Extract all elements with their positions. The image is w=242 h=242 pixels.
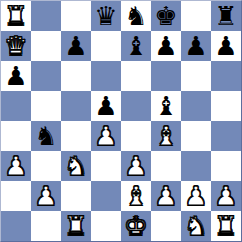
square-f8[interactable]: ♚ xyxy=(151,1,181,31)
square-g2[interactable]: ♟ xyxy=(181,181,211,211)
black-pawn-piece[interactable]: ♟ xyxy=(184,31,207,61)
black-king-piece[interactable]: ♚ xyxy=(154,1,177,31)
square-d8[interactable]: ♛ xyxy=(91,1,121,31)
square-e1[interactable]: ♚ xyxy=(121,211,151,241)
square-b6[interactable] xyxy=(31,61,61,91)
white-queen-piece[interactable]: ♛ xyxy=(4,31,27,61)
square-c2[interactable] xyxy=(61,181,91,211)
square-f2[interactable]: ♟ xyxy=(151,181,181,211)
square-e5[interactable] xyxy=(121,91,151,121)
square-c7[interactable]: ♟ xyxy=(61,31,91,61)
square-g3[interactable] xyxy=(181,151,211,181)
white-rook-piece[interactable]: ♜ xyxy=(214,211,237,241)
white-pawn-piece[interactable]: ♟ xyxy=(94,121,117,151)
white-knight-piece[interactable]: ♞ xyxy=(64,151,87,181)
white-pawn-piece[interactable]: ♟ xyxy=(4,151,27,181)
square-h8[interactable]: ♜ xyxy=(211,1,241,31)
white-king-piece[interactable]: ♚ xyxy=(124,211,147,241)
square-a8[interactable]: ♜ xyxy=(1,1,31,31)
square-b8[interactable] xyxy=(31,1,61,31)
square-h5[interactable] xyxy=(211,91,241,121)
square-g1[interactable]: ♞ xyxy=(181,211,211,241)
square-e8[interactable]: ♞ xyxy=(121,1,151,31)
square-h6[interactable] xyxy=(211,61,241,91)
white-bishop-piece[interactable]: ♝ xyxy=(154,121,177,151)
square-e2[interactable]: ♝ xyxy=(121,181,151,211)
square-d1[interactable] xyxy=(91,211,121,241)
white-knight-piece[interactable]: ♞ xyxy=(184,211,207,241)
square-h2[interactable]: ♟ xyxy=(211,181,241,211)
square-b1[interactable] xyxy=(31,211,61,241)
square-a3[interactable]: ♟ xyxy=(1,151,31,181)
square-b7[interactable] xyxy=(31,31,61,61)
square-e4[interactable] xyxy=(121,121,151,151)
white-rook-piece[interactable]: ♜ xyxy=(64,211,87,241)
white-rook-piece[interactable]: ♜ xyxy=(4,1,27,31)
black-pawn-piece[interactable]: ♟ xyxy=(4,61,27,91)
square-h7[interactable]: ♟ xyxy=(211,31,241,61)
square-d5[interactable]: ♟ xyxy=(91,91,121,121)
square-d7[interactable] xyxy=(91,31,121,61)
square-c6[interactable] xyxy=(61,61,91,91)
square-d3[interactable] xyxy=(91,151,121,181)
white-pawn-piece[interactable]: ♟ xyxy=(154,181,177,211)
square-h1[interactable]: ♜ xyxy=(211,211,241,241)
square-a2[interactable] xyxy=(1,181,31,211)
black-pawn-piece[interactable]: ♟ xyxy=(214,31,237,61)
square-c1[interactable]: ♜ xyxy=(61,211,91,241)
square-d2[interactable] xyxy=(91,181,121,211)
black-pawn-piece[interactable]: ♟ xyxy=(64,31,87,61)
square-g4[interactable] xyxy=(181,121,211,151)
square-e7[interactable]: ♝ xyxy=(121,31,151,61)
square-b2[interactable]: ♟ xyxy=(31,181,61,211)
square-h4[interactable] xyxy=(211,121,241,151)
black-pawn-piece[interactable]: ♟ xyxy=(154,31,177,61)
square-h3[interactable] xyxy=(211,151,241,181)
square-f7[interactable]: ♟ xyxy=(151,31,181,61)
white-pawn-piece[interactable]: ♟ xyxy=(184,181,207,211)
square-b3[interactable] xyxy=(31,151,61,181)
square-d4[interactable]: ♟ xyxy=(91,121,121,151)
white-bishop-piece[interactable]: ♝ xyxy=(124,181,147,211)
square-a6[interactable]: ♟ xyxy=(1,61,31,91)
square-c4[interactable] xyxy=(61,121,91,151)
square-b5[interactable] xyxy=(31,91,61,121)
square-a5[interactable] xyxy=(1,91,31,121)
black-rook-piece[interactable]: ♜ xyxy=(214,1,237,31)
square-a1[interactable] xyxy=(1,211,31,241)
white-pawn-piece[interactable]: ♟ xyxy=(214,181,237,211)
square-g6[interactable] xyxy=(181,61,211,91)
square-b4[interactable]: ♞ xyxy=(31,121,61,151)
square-f4[interactable]: ♝ xyxy=(151,121,181,151)
white-pawn-piece[interactable]: ♟ xyxy=(124,151,147,181)
square-g5[interactable] xyxy=(181,91,211,121)
square-c8[interactable] xyxy=(61,1,91,31)
square-g7[interactable]: ♟ xyxy=(181,31,211,61)
square-g8[interactable] xyxy=(181,1,211,31)
black-bishop-piece[interactable]: ♝ xyxy=(154,91,177,121)
square-e3[interactable]: ♟ xyxy=(121,151,151,181)
square-c5[interactable] xyxy=(61,91,91,121)
square-d6[interactable] xyxy=(91,61,121,91)
square-a7[interactable]: ♛ xyxy=(1,31,31,61)
square-c3[interactable]: ♞ xyxy=(61,151,91,181)
square-a4[interactable] xyxy=(1,121,31,151)
black-queen-piece[interactable]: ♛ xyxy=(94,1,117,31)
chess-board: ♜♛♞♚♜♛♟♝♟♟♟♟♟♝♞♟♝♟♞♟♟♝♟♟♟♜♚♞♜ xyxy=(0,0,242,242)
black-bishop-piece[interactable]: ♝ xyxy=(124,31,147,61)
square-f6[interactable] xyxy=(151,61,181,91)
square-f3[interactable] xyxy=(151,151,181,181)
black-knight-piece[interactable]: ♞ xyxy=(124,1,147,31)
square-f5[interactable]: ♝ xyxy=(151,91,181,121)
black-pawn-piece[interactable]: ♟ xyxy=(94,91,117,121)
black-knight-piece[interactable]: ♞ xyxy=(34,121,57,151)
square-e6[interactable] xyxy=(121,61,151,91)
white-pawn-piece[interactable]: ♟ xyxy=(34,181,57,211)
square-f1[interactable] xyxy=(151,211,181,241)
